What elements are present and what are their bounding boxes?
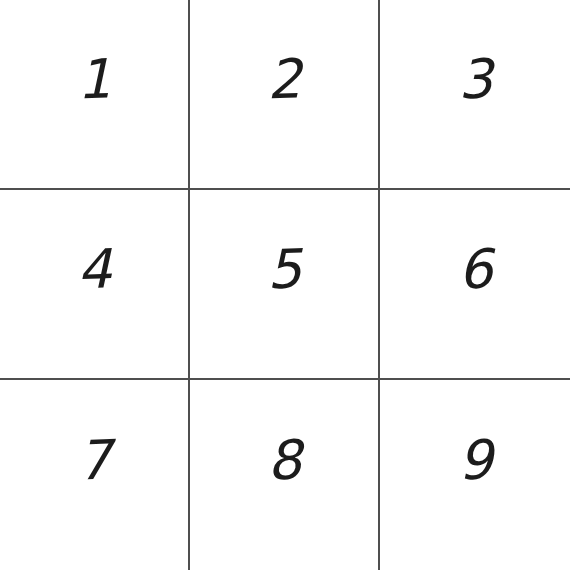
cell-r3c3[interactable]: 9 — [380, 380, 570, 570]
cell-r2c2[interactable]: 5 — [190, 190, 380, 380]
cell-digit: 3 — [457, 52, 493, 107]
cell-r2c3[interactable]: 6 — [380, 190, 570, 380]
cell-r1c3[interactable]: 3 — [380, 0, 570, 190]
cell-digit: 9 — [457, 433, 493, 488]
cell-digit: 4 — [76, 242, 112, 297]
cell-r1c2[interactable]: 2 — [190, 0, 380, 190]
cell-digit: 5 — [266, 242, 302, 297]
cell-r3c1[interactable]: 7 — [0, 380, 190, 570]
cell-digit: 2 — [266, 52, 302, 107]
number-grid-board-container: 1 2 3 4 5 6 7 8 9 — [0, 0, 570, 570]
cell-r1c1[interactable]: 1 — [0, 0, 190, 190]
cell-digit: 6 — [457, 242, 493, 297]
cell-digit: 8 — [266, 433, 302, 488]
cell-r2c1[interactable]: 4 — [0, 190, 190, 380]
cell-digit: 1 — [76, 52, 112, 107]
cell-r3c2[interactable]: 8 — [190, 380, 380, 570]
cell-digit: 7 — [76, 433, 112, 488]
number-grid-board: 1 2 3 4 5 6 7 8 9 — [0, 0, 570, 570]
